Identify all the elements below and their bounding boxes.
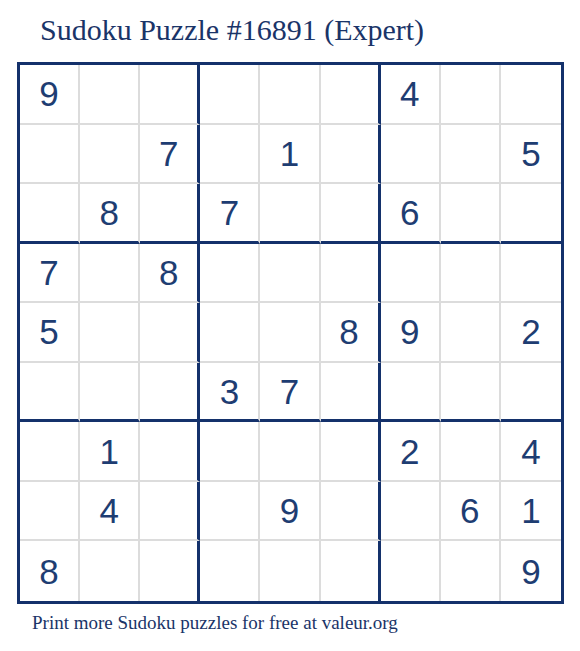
cell-r4c2 (80, 244, 140, 304)
cell-r3c2: 8 (80, 184, 140, 244)
cell-r6c5: 7 (260, 363, 320, 423)
cell-r7c8 (441, 422, 501, 482)
cell-r9c3 (140, 541, 200, 601)
cell-r7c1 (20, 422, 80, 482)
cell-r1c4 (200, 65, 260, 125)
cell-r9c5 (260, 541, 320, 601)
cell-r8c9: 1 (501, 482, 561, 542)
cell-r3c9 (501, 184, 561, 244)
cell-r1c8 (441, 65, 501, 125)
cell-r7c4 (200, 422, 260, 482)
cell-r7c6 (321, 422, 381, 482)
cell-r4c1: 7 (20, 244, 80, 304)
cell-r6c9 (501, 363, 561, 423)
cell-r2c6 (321, 125, 381, 185)
cell-r5c8 (441, 303, 501, 363)
cell-r3c4: 7 (200, 184, 260, 244)
cell-r5c4 (200, 303, 260, 363)
cell-r6c3 (140, 363, 200, 423)
cell-r1c7: 4 (381, 65, 441, 125)
given-digit: 5 (521, 136, 540, 171)
cell-r6c7 (381, 363, 441, 423)
given-digit: 1 (521, 493, 540, 528)
cell-r6c2 (80, 363, 140, 423)
cell-r6c1 (20, 363, 80, 423)
cell-r5c2 (80, 303, 140, 363)
given-digit: 4 (400, 76, 419, 111)
cell-r9c7 (381, 541, 441, 601)
cell-r9c9: 9 (501, 541, 561, 601)
cell-r4c7 (381, 244, 441, 304)
cell-r7c5 (260, 422, 320, 482)
given-digit: 1 (280, 136, 299, 171)
cell-r5c9: 2 (501, 303, 561, 363)
cell-r9c2 (80, 541, 140, 601)
footer-text: Print more Sudoku puzzles for free at va… (32, 612, 398, 634)
cell-r5c5 (260, 303, 320, 363)
sudoku-printout-page: Sudoku Puzzle #16891 (Expert) 9471587678… (0, 0, 580, 651)
cell-r2c2 (80, 125, 140, 185)
cell-r4c4 (200, 244, 260, 304)
given-digit: 2 (521, 314, 540, 349)
cell-r8c4 (200, 482, 260, 542)
given-digit: 9 (280, 493, 299, 528)
cell-r3c6 (321, 184, 381, 244)
cell-r1c6 (321, 65, 381, 125)
given-digit: 7 (280, 374, 299, 409)
cell-r9c4 (200, 541, 260, 601)
page-title: Sudoku Puzzle #16891 (Expert) (40, 13, 424, 47)
cell-r9c1: 8 (20, 541, 80, 601)
cell-r4c5 (260, 244, 320, 304)
given-digit: 8 (99, 195, 118, 230)
given-digit: 8 (39, 554, 58, 589)
cell-r8c1 (20, 482, 80, 542)
given-digit: 8 (159, 255, 178, 290)
cell-r4c9 (501, 244, 561, 304)
cell-r3c1 (20, 184, 80, 244)
cell-r3c8 (441, 184, 501, 244)
cell-r2c4 (200, 125, 260, 185)
given-digit: 4 (99, 493, 118, 528)
given-digit: 9 (39, 76, 58, 111)
cell-r1c1: 9 (20, 65, 80, 125)
cell-r8c6 (321, 482, 381, 542)
cell-r7c9: 4 (501, 422, 561, 482)
cell-r6c4: 3 (200, 363, 260, 423)
cell-r6c6 (321, 363, 381, 423)
cell-r2c9: 5 (501, 125, 561, 185)
cell-r9c8 (441, 541, 501, 601)
given-digit: 9 (521, 554, 540, 589)
given-digit: 4 (521, 434, 540, 469)
given-digit: 7 (159, 136, 178, 171)
cell-r7c7: 2 (381, 422, 441, 482)
cell-r3c7: 6 (381, 184, 441, 244)
cell-r1c3 (140, 65, 200, 125)
cell-r3c5 (260, 184, 320, 244)
given-digit: 3 (220, 374, 239, 409)
cell-r6c8 (441, 363, 501, 423)
cell-r3c3 (140, 184, 200, 244)
given-digit: 1 (99, 434, 118, 469)
cell-r8c5: 9 (260, 482, 320, 542)
cell-r5c3 (140, 303, 200, 363)
cell-r7c2: 1 (80, 422, 140, 482)
cell-r2c7 (381, 125, 441, 185)
cell-r5c6: 8 (321, 303, 381, 363)
given-digit: 6 (400, 195, 419, 230)
cell-r8c2: 4 (80, 482, 140, 542)
cell-r7c3 (140, 422, 200, 482)
cell-r1c2 (80, 65, 140, 125)
given-digit: 2 (400, 434, 419, 469)
cell-r4c3: 8 (140, 244, 200, 304)
cell-r9c6 (321, 541, 381, 601)
cell-r4c6 (321, 244, 381, 304)
cell-r8c7 (381, 482, 441, 542)
cell-r1c5 (260, 65, 320, 125)
cell-r2c1 (20, 125, 80, 185)
cell-r8c8: 6 (441, 482, 501, 542)
cell-r2c8 (441, 125, 501, 185)
given-digit: 5 (39, 314, 58, 349)
given-digit: 8 (339, 314, 358, 349)
sudoku-board: 9471587678589237124496189 (17, 62, 564, 604)
cell-r4c8 (441, 244, 501, 304)
given-digit: 7 (39, 255, 58, 290)
cell-r8c3 (140, 482, 200, 542)
cell-r2c3: 7 (140, 125, 200, 185)
given-digit: 7 (220, 195, 239, 230)
cell-r5c7: 9 (381, 303, 441, 363)
cell-r5c1: 5 (20, 303, 80, 363)
given-digit: 9 (400, 314, 419, 349)
cell-r2c5: 1 (260, 125, 320, 185)
cell-r1c9 (501, 65, 561, 125)
given-digit: 6 (460, 493, 479, 528)
